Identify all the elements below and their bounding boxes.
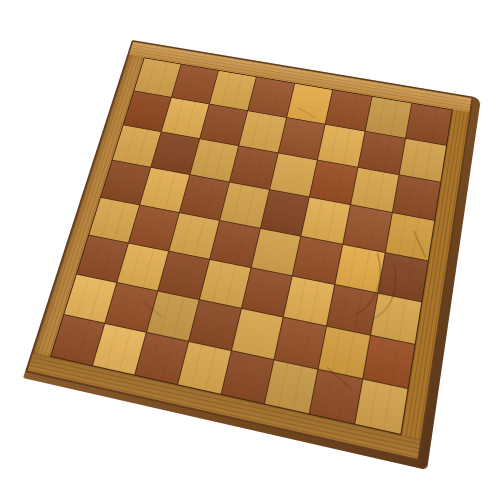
square-g7	[359, 132, 405, 175]
square-g1	[310, 370, 362, 424]
square-h6	[393, 176, 440, 221]
square-e4	[251, 228, 300, 275]
photo-background	[0, 0, 500, 500]
board-face	[25, 40, 474, 461]
square-f2	[275, 317, 326, 368]
square-e7	[278, 118, 325, 160]
square-g4	[336, 244, 385, 292]
square-e3	[242, 268, 292, 317]
square-f1	[265, 360, 317, 413]
square-e5	[261, 190, 309, 235]
square-h3	[371, 293, 421, 343]
square-f7	[318, 125, 365, 167]
square-f5	[302, 198, 350, 243]
square-g3	[327, 285, 377, 335]
square-g6	[351, 168, 398, 212]
square-h5	[386, 213, 434, 259]
square-f4	[293, 236, 342, 283]
square-g8	[366, 97, 412, 138]
square-f6	[310, 161, 357, 205]
square-h8	[406, 104, 451, 146]
square-h7	[400, 139, 446, 182]
square-e8	[287, 84, 333, 124]
square-e6	[270, 154, 318, 197]
square-h2	[363, 336, 414, 388]
square-h4	[379, 253, 428, 301]
square-g5	[344, 206, 392, 252]
square-f8	[326, 90, 372, 131]
square-f3	[284, 276, 334, 325]
square-h1	[355, 379, 407, 433]
square-g2	[319, 326, 370, 378]
square-e2	[232, 309, 283, 359]
chessboard	[23, 40, 481, 470]
square-d8	[248, 77, 294, 117]
